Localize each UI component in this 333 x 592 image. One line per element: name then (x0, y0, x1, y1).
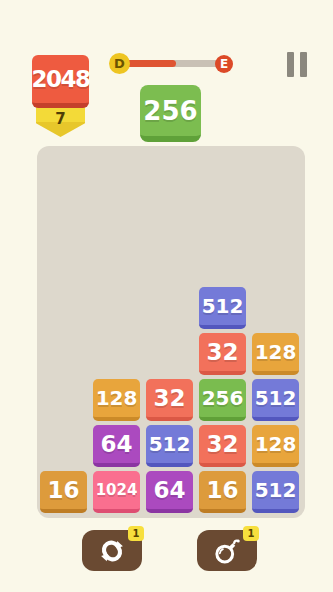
tile-512: 512 (146, 425, 193, 467)
tile-16: 16 (199, 471, 246, 513)
tile-512: 512 (199, 287, 246, 329)
empty-cell (93, 333, 140, 375)
tile-2048: 2048 (32, 55, 89, 108)
tile-64: 64 (93, 425, 140, 467)
tile-16: 16 (40, 471, 87, 513)
pause-button[interactable] (287, 52, 307, 77)
tile-1024: 1024 (93, 471, 140, 513)
empty-cell (93, 287, 140, 329)
tile-512: 512 (252, 379, 299, 421)
collected-tile-stack: 7 2048 (32, 55, 89, 137)
game-screen: 7 2048 D E 256 5123212812832256512645123… (0, 0, 333, 592)
swap-count-badge: 1 (128, 526, 144, 541)
empty-cell (40, 425, 87, 467)
progress-start-marker: D (109, 53, 130, 74)
bomb-count-badge: 1 (243, 526, 259, 541)
swap-button[interactable]: 1 (82, 530, 142, 571)
tile-128: 128 (252, 425, 299, 467)
bomb-icon (212, 536, 242, 566)
empty-cell (146, 287, 193, 329)
tile-512: 512 (252, 471, 299, 513)
empty-cell (40, 379, 87, 421)
tile-128: 128 (252, 333, 299, 375)
tile-64: 64 (146, 471, 193, 513)
board[interactable]: 5123212812832256512645123212816102464165… (37, 146, 305, 518)
progress-track (119, 60, 228, 67)
progress-end-marker: E (215, 55, 233, 73)
empty-cell (40, 287, 87, 329)
next-tile: 256 (140, 85, 201, 142)
empty-cell (40, 333, 87, 375)
tile-128: 128 (93, 379, 140, 421)
collected-count: 7 (55, 110, 65, 128)
empty-cell (146, 333, 193, 375)
tile-32: 32 (199, 333, 246, 375)
pause-icon (287, 52, 294, 77)
swap-refresh-icon (97, 536, 127, 566)
empty-cell (252, 287, 299, 329)
pause-icon (300, 52, 307, 77)
bomb-button[interactable]: 1 (197, 530, 257, 571)
tile-256: 256 (199, 379, 246, 421)
tile-32: 32 (146, 379, 193, 421)
tile-32: 32 (199, 425, 246, 467)
